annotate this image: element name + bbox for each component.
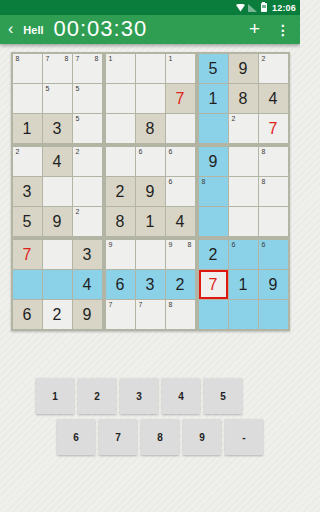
cell-r4c3[interactable]: 2 [73, 147, 102, 176]
cell-r3c8[interactable]: 2 [229, 114, 258, 143]
cell-value: 1 [209, 91, 218, 107]
cell-r5c3[interactable] [73, 177, 102, 206]
cell-value: 3 [146, 277, 155, 293]
pencil-note: 5 [46, 85, 50, 92]
pencil-note: 6 [139, 148, 143, 155]
pencil-notes: 1 [109, 55, 132, 62]
cell-value: 4 [53, 154, 62, 170]
pencil-note: 6 [232, 241, 236, 248]
cell-r5c2[interactable] [43, 177, 72, 206]
cell-r2c4[interactable] [106, 84, 135, 113]
number-keypad: 12345 6789- [0, 378, 300, 455]
cell-r2c5[interactable] [136, 84, 165, 113]
cell-r7c2[interactable] [43, 240, 72, 269]
pencil-notes: 1 [169, 55, 192, 62]
keypad-row-2: 6789- [57, 419, 300, 455]
pencil-note: 2 [232, 115, 236, 122]
pencil-notes: 98 [169, 241, 192, 248]
pencil-notes: 5 [46, 85, 69, 92]
cell-r8c5[interactable]: 3 [136, 270, 165, 299]
pencil-notes: 8 [169, 301, 192, 308]
cell-r2c6[interactable]: 7 [166, 84, 195, 113]
cell-r6c9[interactable] [259, 207, 288, 236]
keypad-row-1: 12345 [36, 378, 300, 414]
cell-r3c3[interactable]: 5 [73, 114, 102, 143]
cell-r3c2[interactable]: 3 [43, 114, 72, 143]
pencil-note: 1 [169, 55, 173, 62]
pencil-note: 8 [169, 301, 173, 308]
wifi-icon [236, 4, 245, 12]
cell-r8c8[interactable]: 1 [229, 270, 258, 299]
pencil-notes: 6 [139, 148, 162, 155]
cell-value: 7 [269, 121, 278, 137]
pencil-notes: 6 [262, 241, 285, 248]
pencil-note: 8 [202, 178, 206, 185]
keypad-button-8[interactable]: 8 [141, 419, 179, 455]
pencil-note: 5 [76, 85, 80, 92]
cell-r2c7[interactable]: 1 [199, 84, 228, 113]
cell-r3c9[interactable]: 7 [259, 114, 288, 143]
keypad-button--[interactable]: - [225, 419, 263, 455]
cell-r4c2[interactable]: 4 [43, 147, 72, 176]
keypad-button-7[interactable]: 7 [99, 419, 137, 455]
pencil-notes: 7 [139, 301, 162, 308]
keypad-button-1[interactable]: 1 [36, 378, 74, 414]
cell-r8c6[interactable]: 2 [166, 270, 195, 299]
cell-r4c8[interactable] [229, 147, 258, 176]
cell-r6c4[interactable]: 8 [106, 207, 135, 236]
pencil-note: 6 [169, 148, 173, 155]
pencil-note: 7 [46, 55, 50, 62]
cell-r6c6[interactable]: 4 [166, 207, 195, 236]
status-bar: 12:06 [0, 0, 300, 15]
pencil-notes: 78 [46, 55, 69, 62]
cell-r9c4[interactable]: 7 [106, 300, 135, 329]
cell-value: 6 [116, 277, 125, 293]
cell-r4c9[interactable]: 8 [259, 147, 288, 176]
cell-r1c6[interactable]: 1 [166, 54, 195, 83]
cell-value: 4 [269, 91, 278, 107]
pencil-note: 7 [109, 301, 113, 308]
pencil-note: 2 [262, 55, 266, 62]
cell-r8c7[interactable]: 7 [199, 270, 228, 299]
pencil-notes: 78 [76, 55, 99, 62]
cell-value: 4 [83, 277, 92, 293]
back-icon[interactable]: ‹ [8, 21, 17, 39]
cell-r1c8[interactable]: 9 [229, 54, 258, 83]
pencil-notes: 7 [109, 301, 132, 308]
cell-r7c1[interactable]: 7 [13, 240, 42, 269]
cell-value: 7 [176, 91, 185, 107]
cell-value: 1 [146, 214, 155, 230]
cell-value: 1 [23, 121, 32, 137]
cell-r1c9[interactable]: 2 [259, 54, 288, 83]
cell-r7c6[interactable]: 98 [166, 240, 195, 269]
status-bar-clock: 12:06 [272, 3, 296, 13]
pencil-notes: 6 [232, 241, 255, 248]
cell-r8c2[interactable] [43, 270, 72, 299]
cell-r7c3[interactable]: 3 [73, 240, 102, 269]
cell-r6c1[interactable]: 5 [13, 207, 42, 236]
pencil-note: 8 [262, 178, 266, 185]
cell-r3c5[interactable]: 8 [136, 114, 165, 143]
pencil-note: 9 [109, 241, 113, 248]
game-timer: 00:03:30 [54, 18, 148, 40]
cell-value: 9 [146, 184, 155, 200]
cell-r9c2[interactable]: 2 [43, 300, 72, 329]
difficulty-title: Hell [23, 24, 43, 36]
sudoku-board: 8787811592557184135827242669832968859281… [11, 52, 290, 331]
cell-r5c8[interactable] [229, 177, 258, 206]
cell-r6c5[interactable]: 1 [136, 207, 165, 236]
cell-r2c9[interactable]: 4 [259, 84, 288, 113]
pencil-notes: 2 [76, 208, 99, 215]
keypad-button-3[interactable]: 3 [120, 378, 158, 414]
cell-r7c7[interactable]: 2 [199, 240, 228, 269]
app-bar: ‹ Hell 00:03:30 + ⋮ [0, 15, 300, 44]
keypad-button-9[interactable]: 9 [183, 419, 221, 455]
cell-r1c3[interactable]: 78 [73, 54, 102, 83]
cell-r5c6[interactable]: 6 [166, 177, 195, 206]
pencil-note: 8 [95, 55, 99, 62]
keypad-button-2[interactable]: 2 [78, 378, 116, 414]
cell-r3c4[interactable] [106, 114, 135, 143]
cell-r8c4[interactable]: 6 [106, 270, 135, 299]
cell-signal-icon [248, 4, 257, 12]
pencil-note: 8 [65, 55, 69, 62]
pencil-note: 2 [16, 148, 20, 155]
cell-r4c7[interactable]: 9 [199, 147, 228, 176]
cell-r9c6[interactable]: 8 [166, 300, 195, 329]
pencil-notes: 2 [232, 115, 255, 122]
battery-icon [261, 3, 267, 12]
cell-r1c7[interactable]: 5 [199, 54, 228, 83]
cell-value: 5 [23, 214, 32, 230]
cell-r5c9[interactable]: 8 [259, 177, 288, 206]
cell-value: 3 [83, 247, 92, 263]
keypad-button-5[interactable]: 5 [204, 378, 242, 414]
pencil-note: 2 [76, 148, 80, 155]
cell-value: 9 [239, 61, 248, 77]
cell-r8c1[interactable] [13, 270, 42, 299]
pencil-notes: 5 [76, 115, 99, 122]
cell-r1c1[interactable]: 8 [13, 54, 42, 83]
pencil-notes: 8 [262, 148, 285, 155]
pencil-note: 2 [76, 208, 80, 215]
cell-value: 5 [209, 61, 218, 77]
cell-r6c7[interactable] [199, 207, 228, 236]
overflow-menu-icon[interactable]: ⋮ [266, 23, 292, 37]
cell-value: 8 [146, 121, 155, 137]
pencil-note: 6 [169, 178, 173, 185]
cell-value: 9 [53, 214, 62, 230]
cell-r5c4[interactable]: 2 [106, 177, 135, 206]
cell-r7c9[interactable]: 6 [259, 240, 288, 269]
cell-value: 7 [23, 247, 32, 263]
pencil-note: 8 [262, 148, 266, 155]
cell-r9c8[interactable] [229, 300, 258, 329]
cell-value: 2 [209, 247, 218, 263]
pencil-notes: 2 [262, 55, 285, 62]
cell-value: 6 [23, 307, 32, 323]
cell-value: 3 [23, 184, 32, 200]
cell-r9c5[interactable]: 7 [136, 300, 165, 329]
pencil-note: 1 [109, 55, 113, 62]
cell-r8c3[interactable]: 4 [73, 270, 102, 299]
cell-value: 4 [176, 214, 185, 230]
cell-value: 8 [116, 214, 125, 230]
cell-r8c9[interactable]: 9 [259, 270, 288, 299]
cell-value: 8 [239, 91, 248, 107]
cell-r7c8[interactable]: 6 [229, 240, 258, 269]
cell-r7c4[interactable]: 9 [106, 240, 135, 269]
cell-r9c9[interactable] [259, 300, 288, 329]
cell-r5c7[interactable]: 8 [199, 177, 228, 206]
pencil-notes: 6 [169, 178, 192, 185]
cell-r1c4[interactable]: 1 [106, 54, 135, 83]
cell-r9c3[interactable]: 9 [73, 300, 102, 329]
pencil-note: 8 [16, 55, 20, 62]
pencil-notes: 8 [202, 178, 225, 185]
cell-value: 9 [209, 154, 218, 170]
cell-value: 9 [83, 307, 92, 323]
cell-r3c7[interactable] [199, 114, 228, 143]
cell-r4c1[interactable]: 2 [13, 147, 42, 176]
cell-r2c2[interactable]: 5 [43, 84, 72, 113]
pencil-note: 9 [169, 241, 173, 248]
cell-r1c5[interactable] [136, 54, 165, 83]
pencil-notes: 2 [16, 148, 39, 155]
cell-r6c8[interactable] [229, 207, 258, 236]
pencil-note: 6 [262, 241, 266, 248]
pencil-notes: 5 [76, 85, 99, 92]
cell-r6c3[interactable]: 2 [73, 207, 102, 236]
pencil-notes: 2 [76, 148, 99, 155]
pencil-note: 5 [76, 115, 80, 122]
pencil-note: 7 [139, 301, 143, 308]
pencil-note: 7 [76, 55, 80, 62]
cell-r3c6[interactable] [166, 114, 195, 143]
cell-r2c1[interactable] [13, 84, 42, 113]
cell-r2c8[interactable]: 8 [229, 84, 258, 113]
pencil-note: 8 [188, 241, 192, 248]
pencil-notes: 8 [16, 55, 39, 62]
cell-r9c1[interactable]: 6 [13, 300, 42, 329]
cell-r2c3[interactable]: 5 [73, 84, 102, 113]
cell-value: 7 [209, 277, 218, 293]
cell-value: 1 [239, 277, 248, 293]
cell-value: 3 [53, 121, 62, 137]
cell-value: 2 [53, 307, 62, 323]
cell-r4c4[interactable] [106, 147, 135, 176]
cell-r5c5[interactable]: 9 [136, 177, 165, 206]
cell-value: 2 [176, 277, 185, 293]
pencil-notes: 6 [169, 148, 192, 155]
keypad-button-4[interactable]: 4 [162, 378, 200, 414]
cell-value: 9 [269, 277, 278, 293]
keypad-button-6[interactable]: 6 [57, 419, 95, 455]
pencil-notes: 8 [262, 178, 285, 185]
cell-r9c7[interactable] [199, 300, 228, 329]
cell-r3c1[interactable]: 1 [13, 114, 42, 143]
cell-r6c2[interactable]: 9 [43, 207, 72, 236]
new-game-icon[interactable]: + [243, 19, 266, 38]
cell-r1c2[interactable]: 78 [43, 54, 72, 83]
cell-r5c1[interactable]: 3 [13, 177, 42, 206]
cell-r4c5[interactable]: 6 [136, 147, 165, 176]
cell-value: 2 [116, 184, 125, 200]
cell-r4c6[interactable]: 6 [166, 147, 195, 176]
pencil-notes: 9 [109, 241, 132, 248]
cell-r7c5[interactable] [136, 240, 165, 269]
